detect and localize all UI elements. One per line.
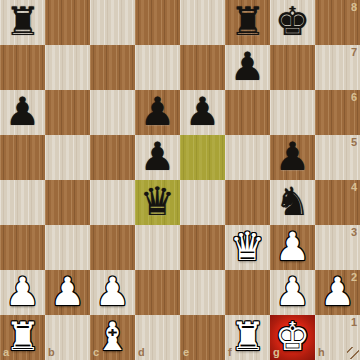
piece-white-pawn[interactable]: ♟ [0, 270, 45, 315]
square-e1[interactable]: e [180, 315, 225, 360]
piece-white-pawn[interactable]: ♟ [270, 225, 315, 270]
square-f1[interactable]: f♜ [225, 315, 270, 360]
piece-white-pawn[interactable]: ♟ [45, 270, 90, 315]
square-e3[interactable] [180, 225, 225, 270]
square-h3[interactable]: 3 [315, 225, 360, 270]
rank-label-1: 1 [351, 317, 357, 328]
rank-label-6: 6 [351, 92, 357, 103]
square-d4[interactable]: ♛ [135, 180, 180, 225]
square-a7[interactable] [0, 45, 45, 90]
piece-white-pawn[interactable]: ♟ [315, 270, 360, 315]
square-c5[interactable] [90, 135, 135, 180]
square-d5[interactable]: ♟ [135, 135, 180, 180]
square-b3[interactable] [45, 225, 90, 270]
square-c2[interactable]: ♟ [90, 270, 135, 315]
square-a5[interactable] [0, 135, 45, 180]
piece-white-king[interactable]: ♚ [270, 315, 315, 360]
square-b1[interactable]: b [45, 315, 90, 360]
square-g1[interactable]: g♚ [270, 315, 315, 360]
square-c7[interactable] [90, 45, 135, 90]
square-b5[interactable] [45, 135, 90, 180]
piece-black-rook[interactable]: ♜ [0, 0, 45, 45]
square-d2[interactable] [135, 270, 180, 315]
piece-black-pawn[interactable]: ♟ [135, 90, 180, 135]
rank-label-3: 3 [351, 227, 357, 238]
rank-label-5: 5 [351, 137, 357, 148]
square-g7[interactable] [270, 45, 315, 90]
piece-black-pawn[interactable]: ♟ [135, 135, 180, 180]
square-g6[interactable] [270, 90, 315, 135]
square-e6[interactable]: ♟ [180, 90, 225, 135]
square-d1[interactable]: d [135, 315, 180, 360]
rank-label-7: 7 [351, 47, 357, 58]
square-e7[interactable] [180, 45, 225, 90]
square-f6[interactable] [225, 90, 270, 135]
chess-app: ♜♜♚8♟7♟♟♟6♟♟5♛♞4♛♟3♟♟♟♟2♟a♜bc♝def♜g♚1h [0, 0, 360, 360]
square-g4[interactable]: ♞ [270, 180, 315, 225]
chess-board: ♜♜♚8♟7♟♟♟6♟♟5♛♞4♛♟3♟♟♟♟2♟a♜bc♝def♜g♚1h [0, 0, 360, 360]
square-f2[interactable] [225, 270, 270, 315]
square-e2[interactable] [180, 270, 225, 315]
rank-label-8: 8 [351, 2, 357, 13]
square-a1[interactable]: a♜ [0, 315, 45, 360]
piece-white-rook[interactable]: ♜ [0, 315, 45, 360]
square-c1[interactable]: c♝ [90, 315, 135, 360]
piece-black-pawn[interactable]: ♟ [180, 90, 225, 135]
piece-black-rook[interactable]: ♜ [225, 0, 270, 45]
square-a2[interactable]: ♟ [0, 270, 45, 315]
square-g2[interactable]: ♟ [270, 270, 315, 315]
square-h4[interactable]: 4 [315, 180, 360, 225]
square-g8[interactable]: ♚ [270, 0, 315, 45]
square-e8[interactable] [180, 0, 225, 45]
square-b8[interactable] [45, 0, 90, 45]
square-b2[interactable]: ♟ [45, 270, 90, 315]
square-d6[interactable]: ♟ [135, 90, 180, 135]
piece-black-queen[interactable]: ♛ [135, 180, 180, 225]
rank-label-4: 4 [351, 182, 357, 193]
piece-white-pawn[interactable]: ♟ [270, 270, 315, 315]
square-c4[interactable] [90, 180, 135, 225]
file-label-b: b [48, 347, 55, 358]
piece-black-knight[interactable]: ♞ [270, 180, 315, 225]
piece-black-pawn[interactable]: ♟ [225, 45, 270, 90]
square-d8[interactable] [135, 0, 180, 45]
piece-white-pawn[interactable]: ♟ [90, 270, 135, 315]
square-h6[interactable]: 6 [315, 90, 360, 135]
square-h1[interactable]: 1h [315, 315, 360, 360]
square-a3[interactable] [0, 225, 45, 270]
square-f8[interactable]: ♜ [225, 0, 270, 45]
square-g5[interactable]: ♟ [270, 135, 315, 180]
board-resize-handle[interactable] [347, 347, 359, 359]
square-c8[interactable] [90, 0, 135, 45]
square-h7[interactable]: 7 [315, 45, 360, 90]
square-b7[interactable] [45, 45, 90, 90]
piece-black-pawn[interactable]: ♟ [270, 135, 315, 180]
file-label-e: e [183, 347, 189, 358]
square-f3[interactable]: ♛ [225, 225, 270, 270]
square-a4[interactable] [0, 180, 45, 225]
square-h2[interactable]: 2♟ [315, 270, 360, 315]
square-d3[interactable] [135, 225, 180, 270]
square-c6[interactable] [90, 90, 135, 135]
square-d7[interactable] [135, 45, 180, 90]
square-a8[interactable]: ♜ [0, 0, 45, 45]
piece-black-king[interactable]: ♚ [270, 0, 315, 45]
square-f7[interactable]: ♟ [225, 45, 270, 90]
piece-white-queen[interactable]: ♛ [225, 225, 270, 270]
square-c3[interactable] [90, 225, 135, 270]
square-a6[interactable]: ♟ [0, 90, 45, 135]
square-f4[interactable] [225, 180, 270, 225]
square-f5[interactable] [225, 135, 270, 180]
square-e4[interactable] [180, 180, 225, 225]
piece-black-pawn[interactable]: ♟ [0, 90, 45, 135]
square-g3[interactable]: ♟ [270, 225, 315, 270]
file-label-d: d [138, 347, 145, 358]
square-b6[interactable] [45, 90, 90, 135]
piece-white-bishop[interactable]: ♝ [90, 315, 135, 360]
file-label-h: h [318, 347, 325, 358]
square-e5[interactable] [180, 135, 225, 180]
square-h8[interactable]: 8 [315, 0, 360, 45]
piece-white-rook[interactable]: ♜ [225, 315, 270, 360]
square-h5[interactable]: 5 [315, 135, 360, 180]
square-b4[interactable] [45, 180, 90, 225]
